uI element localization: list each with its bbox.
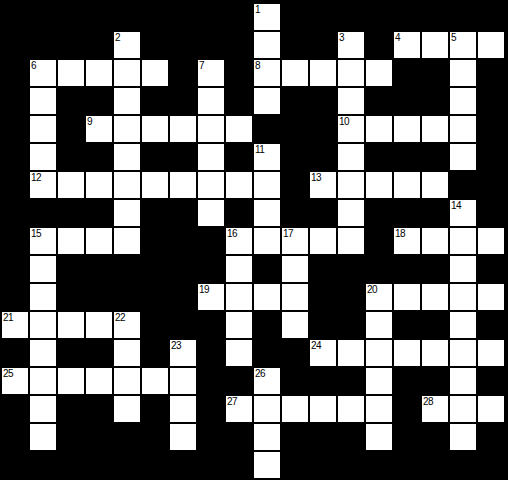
- cell-r16-c2[interactable]: [29, 423, 57, 451]
- block-r11-c3: [57, 283, 85, 311]
- block-r2-c7: [169, 31, 197, 59]
- cell-r15-c16[interactable]: 28: [421, 395, 449, 423]
- block-r1-c1: [1, 3, 29, 31]
- block-r4-c9: [225, 87, 253, 115]
- block-r2-c12: [309, 31, 337, 59]
- cell-r16-c17[interactable]: [449, 423, 477, 451]
- cell-r12-c5[interactable]: 22: [113, 311, 141, 339]
- cell-r3-c17[interactable]: [449, 59, 477, 87]
- clue-number-19: 19: [199, 284, 209, 295]
- clue-number-27: 27: [227, 396, 237, 407]
- cell-r4-c10[interactable]: [253, 87, 281, 115]
- cell-r9-c18[interactable]: [477, 227, 505, 255]
- cell-r2-c18[interactable]: [477, 31, 505, 59]
- cell-r3-c2[interactable]: 6: [29, 59, 57, 87]
- block-r11-c7: [169, 283, 197, 311]
- block-r17-c2: [29, 451, 57, 479]
- block-r11-c13: [337, 283, 365, 311]
- block-r15-c8: [197, 395, 225, 423]
- cell-r12-c4[interactable]: [85, 311, 113, 339]
- block-r15-c15: [393, 395, 421, 423]
- cell-r5-c13[interactable]: 10: [337, 115, 365, 143]
- block-r14-c13: [337, 367, 365, 395]
- cell-r9-c4[interactable]: [85, 227, 113, 255]
- cell-r9-c12[interactable]: [309, 227, 337, 255]
- block-r13-c4: [85, 339, 113, 367]
- clue-number-24: 24: [311, 340, 321, 351]
- cell-r15-c13[interactable]: [337, 395, 365, 423]
- block-r6-c4: [85, 143, 113, 171]
- cell-r15-c17[interactable]: [449, 395, 477, 423]
- cell-r13-c16[interactable]: [421, 339, 449, 367]
- block-r9-c7: [169, 227, 197, 255]
- block-r8-c16: [421, 199, 449, 227]
- block-r10-c4: [85, 255, 113, 283]
- cell-r5-c15[interactable]: [393, 115, 421, 143]
- block-r8-c9: [225, 199, 253, 227]
- block-r7-c18: [477, 171, 505, 199]
- block-r2-c1: [1, 31, 29, 59]
- cell-r4-c5[interactable]: [113, 87, 141, 115]
- cell-r14-c10[interactable]: 26: [253, 367, 281, 395]
- block-r11-c5: [113, 283, 141, 311]
- block-r17-c7: [169, 451, 197, 479]
- cell-r13-c5[interactable]: [113, 339, 141, 367]
- block-r16-c4: [85, 423, 113, 451]
- block-r2-c8: [197, 31, 225, 59]
- cell-r11-c15[interactable]: [393, 283, 421, 311]
- block-r2-c14: [365, 31, 393, 59]
- cell-r15-c2[interactable]: [29, 395, 57, 423]
- block-r16-c5: [113, 423, 141, 451]
- cell-r16-c14[interactable]: [365, 423, 393, 451]
- block-r2-c6: [141, 31, 169, 59]
- block-r2-c4: [85, 31, 113, 59]
- block-r17-c4: [85, 451, 113, 479]
- cell-r4-c2[interactable]: [29, 87, 57, 115]
- block-r13-c10: [253, 339, 281, 367]
- clue-number-18: 18: [395, 228, 405, 239]
- block-r10-c8: [197, 255, 225, 283]
- cell-r7-c5[interactable]: [113, 171, 141, 199]
- block-r16-c3: [57, 423, 85, 451]
- cell-r2-c16[interactable]: [421, 31, 449, 59]
- cell-r5-c8[interactable]: [197, 115, 225, 143]
- clue-number-28: 28: [423, 396, 433, 407]
- block-r11-c6: [141, 283, 169, 311]
- block-r17-c14: [365, 451, 393, 479]
- cell-r3-c11[interactable]: [281, 59, 309, 87]
- cell-r7-c14[interactable]: [365, 171, 393, 199]
- block-r2-c3: [57, 31, 85, 59]
- block-r4-c15: [393, 87, 421, 115]
- block-r6-c1: [1, 143, 29, 171]
- block-r12-c13: [337, 311, 365, 339]
- cell-r5-c6[interactable]: [141, 115, 169, 143]
- block-r5-c10: [253, 115, 281, 143]
- cell-r7-c6[interactable]: [141, 171, 169, 199]
- cell-r12-c2[interactable]: [29, 311, 57, 339]
- cell-r14-c5[interactable]: [113, 367, 141, 395]
- cell-r2-c5[interactable]: 2: [113, 31, 141, 59]
- block-r17-c17: [449, 451, 477, 479]
- block-r15-c1: [1, 395, 29, 423]
- cell-r16-c7[interactable]: [169, 423, 197, 451]
- cell-r7-c15[interactable]: [393, 171, 421, 199]
- block-r7-c17: [449, 171, 477, 199]
- cell-r14-c1[interactable]: 25: [1, 367, 29, 395]
- block-r1-c2: [29, 3, 57, 31]
- block-r12-c16: [421, 311, 449, 339]
- block-r16-c13: [337, 423, 365, 451]
- clue-number-7: 7: [199, 60, 204, 71]
- cell-r9-c17[interactable]: [449, 227, 477, 255]
- block-r3-c15: [393, 59, 421, 87]
- cell-r7-c2[interactable]: 12: [29, 171, 57, 199]
- block-r3-c9: [225, 59, 253, 87]
- cell-r14-c3[interactable]: [57, 367, 85, 395]
- block-r6-c9: [225, 143, 253, 171]
- block-r10-c3: [57, 255, 85, 283]
- block-r10-c13: [337, 255, 365, 283]
- block-r6-c14: [365, 143, 393, 171]
- block-r14-c11: [281, 367, 309, 395]
- block-r4-c14: [365, 87, 393, 115]
- block-r10-c6: [141, 255, 169, 283]
- cell-r5-c16[interactable]: [421, 115, 449, 143]
- cell-r5-c4[interactable]: 9: [85, 115, 113, 143]
- block-r17-c3: [57, 451, 85, 479]
- cell-r15-c14[interactable]: [365, 395, 393, 423]
- cell-r11-c8[interactable]: 19: [197, 283, 225, 311]
- block-r10-c16: [421, 255, 449, 283]
- block-r8-c4: [85, 199, 113, 227]
- block-r10-c7: [169, 255, 197, 283]
- block-r7-c1: [1, 171, 29, 199]
- block-r16-c11: [281, 423, 309, 451]
- cell-r9-c11[interactable]: 17: [281, 227, 309, 255]
- clue-number-22: 22: [115, 312, 125, 323]
- block-r16-c12: [309, 423, 337, 451]
- block-r3-c16: [421, 59, 449, 87]
- clue-number-8: 8: [255, 60, 260, 71]
- cell-r9-c5[interactable]: [113, 227, 141, 255]
- cell-r14-c7[interactable]: [169, 367, 197, 395]
- cell-r9-c9[interactable]: 16: [225, 227, 253, 255]
- block-r1-c11: [281, 3, 309, 31]
- cell-r5-c5[interactable]: [113, 115, 141, 143]
- block-r8-c14: [365, 199, 393, 227]
- cell-r12-c1[interactable]: 21: [1, 311, 29, 339]
- cell-r14-c2[interactable]: [29, 367, 57, 395]
- cell-r6-c5[interactable]: [113, 143, 141, 171]
- cell-r9-c16[interactable]: [421, 227, 449, 255]
- cell-r4-c13[interactable]: [337, 87, 365, 115]
- cell-r12-c11[interactable]: [281, 311, 309, 339]
- cell-r5-c7[interactable]: [169, 115, 197, 143]
- cell-r5-c17[interactable]: [449, 115, 477, 143]
- cell-r11-c10[interactable]: [253, 283, 281, 311]
- clue-number-25: 25: [3, 368, 13, 379]
- cell-r4-c8[interactable]: [197, 87, 225, 115]
- block-r8-c18: [477, 199, 505, 227]
- block-r17-c1: [1, 451, 29, 479]
- block-r1-c6: [141, 3, 169, 31]
- cell-r9-c15[interactable]: 18: [393, 227, 421, 255]
- cell-r3-c12[interactable]: [309, 59, 337, 87]
- block-r2-c11: [281, 31, 309, 59]
- block-r10-c15: [393, 255, 421, 283]
- block-r3-c1: [1, 59, 29, 87]
- block-r2-c9: [225, 31, 253, 59]
- cell-r5-c2[interactable]: [29, 115, 57, 143]
- block-r17-c15: [393, 451, 421, 479]
- cell-r11-c14[interactable]: 20: [365, 283, 393, 311]
- block-r4-c16: [421, 87, 449, 115]
- cell-r11-c11[interactable]: [281, 283, 309, 311]
- block-r15-c3: [57, 395, 85, 423]
- clue-number-5: 5: [451, 32, 456, 43]
- block-r1-c18: [477, 3, 505, 31]
- cell-r2-c15[interactable]: 4: [393, 31, 421, 59]
- cell-r5-c9[interactable]: [225, 115, 253, 143]
- block-r6-c11: [281, 143, 309, 171]
- cell-r11-c16[interactable]: [421, 283, 449, 311]
- cell-r12-c9[interactable]: [225, 311, 253, 339]
- block-r14-c16: [421, 367, 449, 395]
- cell-r9-c3[interactable]: [57, 227, 85, 255]
- cell-r15-c9[interactable]: 27: [225, 395, 253, 423]
- block-r3-c18: [477, 59, 505, 87]
- cell-r14-c14[interactable]: [365, 367, 393, 395]
- cell-r13-c17[interactable]: [449, 339, 477, 367]
- block-r1-c13: [337, 3, 365, 31]
- cell-r6-c8[interactable]: [197, 143, 225, 171]
- cell-r3-c6[interactable]: [141, 59, 169, 87]
- cell-r4-c17[interactable]: [449, 87, 477, 115]
- block-r10-c1: [1, 255, 29, 283]
- block-r17-c6: [141, 451, 169, 479]
- cell-r14-c4[interactable]: [85, 367, 113, 395]
- cell-r15-c12[interactable]: [309, 395, 337, 423]
- block-r8-c11: [281, 199, 309, 227]
- cell-r3-c13[interactable]: [337, 59, 365, 87]
- block-r1-c3: [57, 3, 85, 31]
- block-r13-c3: [57, 339, 85, 367]
- cell-r6-c13[interactable]: [337, 143, 365, 171]
- block-r4-c1: [1, 87, 29, 115]
- cell-r15-c10[interactable]: [253, 395, 281, 423]
- block-r15-c4: [85, 395, 113, 423]
- block-r13-c6: [141, 339, 169, 367]
- cell-r13-c14[interactable]: [365, 339, 393, 367]
- cell-r13-c2[interactable]: [29, 339, 57, 367]
- block-r8-c2: [29, 199, 57, 227]
- block-r5-c11: [281, 115, 309, 143]
- cell-r15-c7[interactable]: [169, 395, 197, 423]
- block-r16-c16: [421, 423, 449, 451]
- block-r17-c12: [309, 451, 337, 479]
- cell-r7-c13[interactable]: [337, 171, 365, 199]
- cell-r15-c11[interactable]: [281, 395, 309, 423]
- cell-r11-c2[interactable]: [29, 283, 57, 311]
- cell-r7-c9[interactable]: [225, 171, 253, 199]
- block-r16-c1: [1, 423, 29, 451]
- cell-r8-c8[interactable]: [197, 199, 225, 227]
- block-r12-c7: [169, 311, 197, 339]
- cell-r2-c13[interactable]: 3: [337, 31, 365, 59]
- cell-r13-c7[interactable]: 23: [169, 339, 197, 367]
- cell-r3-c8[interactable]: 7: [197, 59, 225, 87]
- cell-r8-c17[interactable]: 14: [449, 199, 477, 227]
- block-r17-c16: [421, 451, 449, 479]
- cell-r13-c15[interactable]: [393, 339, 421, 367]
- cell-r3-c10[interactable]: 8: [253, 59, 281, 87]
- block-r10-c5: [113, 255, 141, 283]
- cell-r8-c5[interactable]: [113, 199, 141, 227]
- cell-r10-c2[interactable]: [29, 255, 57, 283]
- block-r14-c9: [225, 367, 253, 395]
- block-r16-c8: [197, 423, 225, 451]
- cell-r11-c18[interactable]: [477, 283, 505, 311]
- block-r5-c1: [1, 115, 29, 143]
- cell-r7-c3[interactable]: [57, 171, 85, 199]
- cell-r14-c17[interactable]: [449, 367, 477, 395]
- block-r1-c5: [113, 3, 141, 31]
- cell-r2-c17[interactable]: 5: [449, 31, 477, 59]
- block-r1-c16: [421, 3, 449, 31]
- block-r6-c18: [477, 143, 505, 171]
- clue-number-23: 23: [171, 340, 181, 351]
- block-r14-c8: [197, 367, 225, 395]
- block-r16-c18: [477, 423, 505, 451]
- cell-r2-c10[interactable]: [253, 31, 281, 59]
- block-r1-c8: [197, 3, 225, 31]
- block-r11-c1: [1, 283, 29, 311]
- block-r7-c11: [281, 171, 309, 199]
- clue-number-13: 13: [311, 172, 321, 183]
- block-r12-c8: [197, 311, 225, 339]
- cell-r11-c17[interactable]: [449, 283, 477, 311]
- cell-r7-c4[interactable]: [85, 171, 113, 199]
- cell-r7-c16[interactable]: [421, 171, 449, 199]
- block-r16-c6: [141, 423, 169, 451]
- cell-r15-c5[interactable]: [113, 395, 141, 423]
- block-r6-c16: [421, 143, 449, 171]
- block-r9-c6: [141, 227, 169, 255]
- cell-r6-c2[interactable]: [29, 143, 57, 171]
- block-r6-c3: [57, 143, 85, 171]
- cell-r3-c14[interactable]: [365, 59, 393, 87]
- clue-number-9: 9: [87, 116, 92, 127]
- block-r12-c15: [393, 311, 421, 339]
- block-r6-c15: [393, 143, 421, 171]
- cell-r12-c3[interactable]: [57, 311, 85, 339]
- cell-r13-c12[interactable]: 24: [309, 339, 337, 367]
- clue-number-3: 3: [339, 32, 344, 43]
- block-r17-c11: [281, 451, 309, 479]
- block-r4-c12: [309, 87, 337, 115]
- block-r4-c4: [85, 87, 113, 115]
- cell-r8-c13[interactable]: [337, 199, 365, 227]
- cell-r10-c9[interactable]: [225, 255, 253, 283]
- clue-number-11: 11: [255, 144, 264, 155]
- block-r1-c12: [309, 3, 337, 31]
- block-r1-c17: [449, 3, 477, 31]
- block-r8-c7: [169, 199, 197, 227]
- block-r6-c12: [309, 143, 337, 171]
- cell-r11-c9[interactable]: [225, 283, 253, 311]
- block-r4-c3: [57, 87, 85, 115]
- block-r17-c13: [337, 451, 365, 479]
- clue-number-6: 6: [31, 60, 36, 71]
- block-r8-c6: [141, 199, 169, 227]
- block-r11-c12: [309, 283, 337, 311]
- block-r5-c18: [477, 115, 505, 143]
- cell-r13-c9[interactable]: [225, 339, 253, 367]
- cell-r3-c5[interactable]: [113, 59, 141, 87]
- cell-r16-c10[interactable]: [253, 423, 281, 451]
- block-r2-c2: [29, 31, 57, 59]
- cell-r13-c13[interactable]: [337, 339, 365, 367]
- block-r4-c6: [141, 87, 169, 115]
- cell-r12-c14[interactable]: [365, 311, 393, 339]
- cell-r14-c6[interactable]: [141, 367, 169, 395]
- block-r9-c1: [1, 227, 29, 255]
- block-r9-c8: [197, 227, 225, 255]
- cell-r3-c4[interactable]: [85, 59, 113, 87]
- cell-r3-c3[interactable]: [57, 59, 85, 87]
- cell-r5-c14[interactable]: [365, 115, 393, 143]
- cell-r9-c2[interactable]: 15: [29, 227, 57, 255]
- cell-r9-c13[interactable]: [337, 227, 365, 255]
- block-r17-c5: [113, 451, 141, 479]
- cell-r13-c18[interactable]: [477, 339, 505, 367]
- cell-r10-c17[interactable]: [449, 255, 477, 283]
- cell-r12-c17[interactable]: [449, 311, 477, 339]
- clue-number-4: 4: [395, 32, 400, 43]
- cell-r6-c10[interactable]: 11: [253, 143, 281, 171]
- block-r16-c9: [225, 423, 253, 451]
- cell-r1-c10[interactable]: 1: [253, 3, 281, 31]
- cell-r7-c7[interactable]: [169, 171, 197, 199]
- block-r12-c6: [141, 311, 169, 339]
- cell-r7-c8[interactable]: [197, 171, 225, 199]
- cell-r9-c10[interactable]: [253, 227, 281, 255]
- cell-r7-c12[interactable]: 13: [309, 171, 337, 199]
- clue-number-1: 1: [255, 4, 260, 15]
- block-r17-c9: [225, 451, 253, 479]
- block-r10-c18: [477, 255, 505, 283]
- block-r14-c12: [309, 367, 337, 395]
- block-r10-c10: [253, 255, 281, 283]
- block-r8-c15: [393, 199, 421, 227]
- cell-r6-c17[interactable]: [449, 143, 477, 171]
- block-r12-c10: [253, 311, 281, 339]
- block-r14-c18: [477, 367, 505, 395]
- crossword-board: 1234567891011121314151617181920212223242…: [1, 3, 505, 479]
- block-r10-c14: [365, 255, 393, 283]
- cell-r10-c11[interactable]: [281, 255, 309, 283]
- block-r3-c7: [169, 59, 197, 87]
- cell-r7-c10[interactable]: [253, 171, 281, 199]
- block-r1-c4: [85, 3, 113, 31]
- cell-r15-c18[interactable]: [477, 395, 505, 423]
- block-r9-c14: [365, 227, 393, 255]
- cell-r17-c10[interactable]: [253, 451, 281, 479]
- crossword-diagram: 1234567891011121314151617181920212223242…: [0, 0, 508, 480]
- cell-r8-c10[interactable]: [253, 199, 281, 227]
